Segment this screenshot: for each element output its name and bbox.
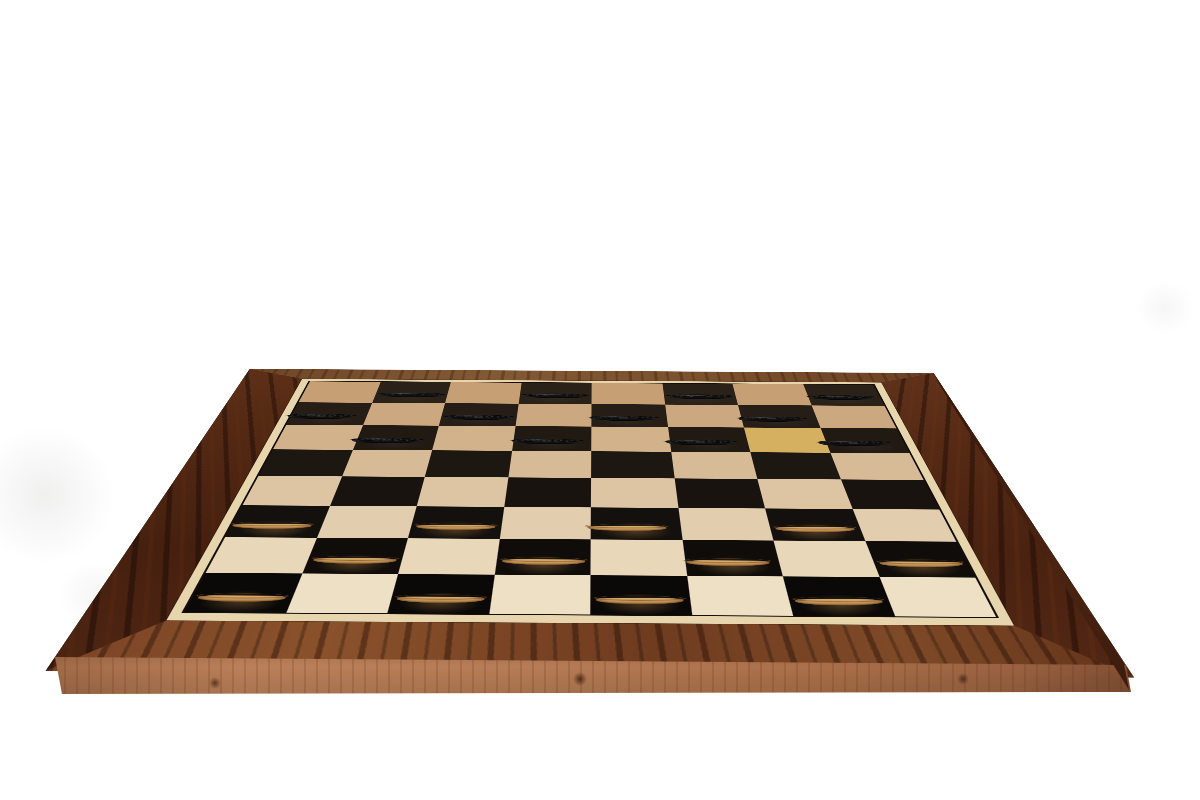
square-c5 [425, 450, 512, 477]
checker-side [502, 559, 585, 565]
square-e5 [591, 451, 674, 478]
square-f3 [678, 508, 774, 541]
square-h4 [840, 479, 939, 509]
square-c3: ⛀ [408, 506, 504, 539]
checker-side [416, 525, 496, 531]
square-h2: ⛀ [865, 541, 975, 577]
piece-black-man-a7: ⛂ [285, 414, 356, 419]
square-h3 [852, 509, 956, 542]
square-a4 [243, 476, 342, 506]
piece-white-man-b2: ⛀ [310, 556, 399, 564]
piece-black-man-h6: ⛂ [817, 441, 891, 447]
checker-top-rings [395, 594, 487, 599]
square-c6 [432, 426, 515, 451]
square-g7: ⛂ [738, 405, 820, 428]
square-a2 [206, 537, 317, 573]
square-c4 [417, 477, 508, 507]
square-g5 [750, 452, 840, 479]
checker-side [795, 599, 884, 606]
square-b3 [316, 506, 416, 539]
square-g4 [757, 479, 852, 509]
checker-top-rings [773, 525, 857, 529]
piece-black-man-d6: ⛂ [510, 439, 582, 445]
checker-side [587, 526, 666, 532]
square-f7 [665, 404, 744, 427]
square-h1 [879, 577, 996, 617]
square-g2 [773, 541, 879, 577]
square-b4 [330, 476, 425, 506]
checker-top-rings [196, 593, 290, 598]
square-c8 [445, 382, 521, 403]
square-f5 [671, 452, 758, 479]
checker-side [879, 561, 964, 567]
piece-white-man-f2: ⛀ [683, 558, 771, 566]
square-d5 [508, 451, 591, 478]
square-e1: ⛀ [590, 575, 691, 615]
checker-side [686, 560, 770, 566]
checker-side [196, 595, 286, 602]
square-a3: ⛀ [225, 505, 330, 538]
checker-top-rings [231, 522, 315, 526]
piece-black-man-d8: ⛂ [522, 394, 589, 399]
square-d8: ⛂ [518, 383, 591, 404]
square-d2: ⛀ [494, 539, 590, 575]
square-a1: ⛀ [184, 573, 302, 613]
checker-side [775, 527, 855, 533]
checkers-board: ⛂⛂⛂⛂⛂⛂⛂⛂⛂⛂⛂⛂⛀⛀⛀⛀⛀⛀⛀⛀⛀⛀⛀⛀ [46, 369, 1134, 677]
square-b5 [342, 450, 432, 477]
square-g3: ⛀ [765, 508, 865, 541]
piece-white-man-d2: ⛀ [499, 557, 586, 565]
checker-top-rings [415, 523, 498, 527]
piece-black-man-c7: ⛂ [444, 415, 514, 420]
board-grid: ⛂⛂⛂⛂⛂⛂⛂⛂⛂⛂⛂⛂⛀⛀⛀⛀⛀⛀⛀⛀⛀⛀⛀⛀ [181, 381, 999, 618]
piece-white-man-e3: ⛀ [585, 524, 668, 531]
square-a7: ⛂ [286, 402, 371, 425]
square-a6 [273, 425, 363, 450]
piece-white-man-a3: ⛀ [229, 522, 315, 529]
square-e6 [591, 427, 671, 452]
board-inner-border: ⛂⛂⛂⛂⛂⛂⛂⛂⛂⛂⛂⛂⛀⛀⛀⛀⛀⛀⛀⛀⛀⛀⛀⛀ [166, 379, 1014, 626]
piece-white-man-g3: ⛀ [773, 525, 858, 532]
square-a5 [258, 449, 352, 476]
checker-top-rings [683, 558, 770, 563]
square-e8 [592, 383, 665, 404]
square-g1: ⛀ [783, 576, 895, 616]
piece-black-man-f6: ⛂ [665, 440, 738, 446]
square-d6: ⛂ [512, 426, 592, 451]
square-b1 [286, 573, 398, 613]
square-c2 [398, 538, 499, 574]
square-b8: ⛂ [372, 382, 451, 403]
piece-black-man-h8: ⛂ [806, 395, 874, 400]
checkers-set-photo: ⛂⛂⛂⛂⛂⛂⛂⛂⛂⛂⛂⛂⛀⛀⛀⛀⛀⛀⛀⛀⛀⛀⛀⛀ [0, 0, 1200, 800]
checker-top-rings [876, 560, 965, 565]
square-h7 [811, 405, 896, 428]
piece-black-man-b6: ⛂ [349, 438, 423, 444]
square-f1 [687, 576, 794, 616]
square-d7 [515, 404, 591, 427]
square-h8: ⛂ [803, 384, 884, 405]
checker-top-rings [594, 595, 686, 600]
checker-top-rings [585, 524, 668, 528]
square-d4 [504, 477, 591, 507]
square-h6: ⛂ [820, 428, 909, 453]
square-e3: ⛀ [591, 507, 682, 540]
square-b6: ⛂ [353, 425, 439, 450]
square-e7: ⛂ [591, 404, 667, 427]
piece-black-man-f8: ⛂ [666, 394, 733, 399]
piece-white-man-a1: ⛀ [194, 593, 290, 602]
piece-white-man-e1: ⛀ [594, 595, 686, 604]
square-b7 [363, 403, 445, 426]
checker-side [397, 596, 485, 603]
checker-top-rings [500, 557, 587, 562]
piece-white-man-g1: ⛀ [792, 597, 886, 606]
square-f6: ⛂ [668, 427, 751, 452]
square-d3 [499, 507, 591, 540]
square-a8 [299, 381, 381, 402]
checker-side [312, 558, 397, 564]
piece-black-man-e7: ⛂ [589, 416, 658, 421]
piece-black-man-g7: ⛂ [737, 417, 808, 422]
square-f8: ⛂ [662, 384, 738, 405]
square-e2 [590, 539, 686, 575]
checker-top-rings [311, 556, 399, 561]
square-b2: ⛀ [302, 538, 408, 574]
piece-black-man-b8: ⛂ [377, 393, 445, 398]
checker-side [597, 598, 684, 605]
square-c7: ⛂ [439, 403, 518, 426]
piece-white-man-c3: ⛀ [414, 523, 498, 530]
piece-white-man-c1: ⛀ [394, 594, 487, 603]
checker-side [231, 523, 312, 529]
square-c1: ⛀ [387, 574, 494, 614]
checker-top-rings [792, 597, 885, 602]
square-g8 [732, 384, 811, 405]
square-e4 [591, 478, 678, 508]
square-f4 [674, 478, 765, 508]
square-d1 [489, 574, 591, 614]
piece-white-man-h2: ⛀ [876, 560, 966, 568]
square-h5 [830, 453, 924, 480]
square-f2: ⛀ [682, 540, 783, 576]
